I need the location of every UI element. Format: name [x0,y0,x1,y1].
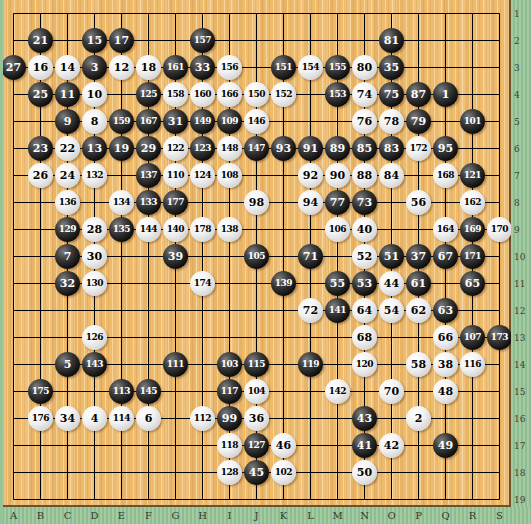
stone-black-109: 109 [217,109,242,134]
stone-white-48: 48 [433,379,458,404]
stone-black-43: 43 [352,406,377,431]
stone-black-103: 103 [217,352,242,377]
left-edge-strip [0,0,3,524]
stone-white-140: 140 [163,217,188,242]
stone-black-75: 75 [379,82,404,107]
row-coordinate-strip: 12345678910111213141516171819 [511,0,531,524]
row-label-8: 8 [514,198,530,208]
stone-black-107: 107 [460,325,485,350]
stone-white-46: 46 [271,433,296,458]
stone-white-68: 68 [352,325,377,350]
stone-white-26: 26 [28,163,53,188]
stone-white-102: 102 [271,460,296,485]
column-label-R: R [466,510,480,521]
stone-white-14: 14 [55,55,80,80]
stone-black-81: 81 [379,28,404,53]
stone-black-7: 7 [55,244,80,269]
stone-black-13: 13 [82,136,107,161]
stone-black-159: 159 [109,109,134,134]
stone-white-24: 24 [55,163,80,188]
stone-black-93: 93 [271,136,296,161]
row-label-11: 11 [514,279,530,289]
stone-white-178: 178 [190,217,215,242]
stone-black-37: 37 [406,244,431,269]
stone-white-114: 114 [109,406,134,431]
stone-white-156: 156 [217,55,242,80]
row-label-7: 7 [514,171,530,181]
stone-black-41: 41 [352,433,377,458]
stone-white-136: 136 [55,190,80,215]
stone-black-121: 121 [460,163,485,188]
stone-white-94: 94 [298,190,323,215]
stone-white-64: 64 [352,298,377,323]
stone-black-177: 177 [163,190,188,215]
goban[interactable]: 1234567891011121314151617181921222324252… [0,0,511,507]
stone-black-87: 87 [406,82,431,107]
stone-white-42: 42 [379,433,404,458]
stone-white-76: 76 [352,109,377,134]
stone-black-133: 133 [136,190,161,215]
stone-white-172: 172 [406,136,431,161]
stone-white-148: 148 [217,136,242,161]
stone-white-54: 54 [379,298,404,323]
stone-white-120: 120 [352,352,377,377]
stone-white-22: 22 [55,136,80,161]
stone-white-38: 38 [433,352,458,377]
stone-white-78: 78 [379,109,404,134]
stone-black-31: 31 [163,109,188,134]
column-label-K: K [277,510,291,521]
stone-black-73: 73 [352,190,377,215]
stone-white-166: 166 [217,82,242,107]
stone-white-152: 152 [271,82,296,107]
stone-black-19: 19 [109,136,134,161]
stone-black-27: 27 [1,55,26,80]
stone-white-150: 150 [244,82,269,107]
stone-black-111: 111 [163,352,188,377]
stone-white-158: 158 [163,82,188,107]
stone-white-134: 134 [109,190,134,215]
stone-black-123: 123 [190,136,215,161]
stone-black-147: 147 [244,136,269,161]
stone-black-153: 153 [325,82,350,107]
stone-white-66: 66 [433,325,458,350]
stone-black-105: 105 [244,244,269,269]
stone-black-35: 35 [379,55,404,80]
stone-white-110: 110 [163,163,188,188]
column-label-J: J [250,510,264,521]
stone-white-6: 6 [136,406,161,431]
stone-black-127: 127 [244,433,269,458]
stone-black-5: 5 [55,352,80,377]
stone-black-99: 99 [217,406,242,431]
stone-black-89: 89 [325,136,350,161]
column-label-L: L [304,510,318,521]
stone-white-30: 30 [82,244,107,269]
stone-black-145: 145 [136,379,161,404]
column-label-I: I [223,510,237,521]
row-label-15: 15 [514,387,530,397]
stone-white-36: 36 [244,406,269,431]
stone-black-155: 155 [325,55,350,80]
stone-white-124: 124 [190,163,215,188]
stone-black-1: 1 [433,82,458,107]
stone-white-72: 72 [298,298,323,323]
stone-black-15: 15 [82,28,107,53]
stone-black-91: 91 [298,136,323,161]
stone-white-164: 164 [433,217,458,242]
stone-white-56: 56 [406,190,431,215]
stone-black-33: 33 [190,55,215,80]
stone-white-104: 104 [244,379,269,404]
stone-white-74: 74 [352,82,377,107]
stone-black-129: 129 [55,217,80,242]
column-label-F: F [142,510,156,521]
stone-black-151: 151 [271,55,296,80]
stone-white-108: 108 [217,163,242,188]
stone-black-169: 169 [460,217,485,242]
stone-black-167: 167 [136,109,161,134]
stone-black-101: 101 [460,109,485,134]
row-label-13: 13 [514,333,530,343]
column-label-D: D [88,510,102,521]
stone-black-71: 71 [298,244,323,269]
column-label-N: N [358,510,372,521]
stone-black-77: 77 [325,190,350,215]
stone-white-12: 12 [109,55,134,80]
stone-white-4: 4 [82,406,107,431]
stone-white-18: 18 [136,55,161,80]
stone-black-95: 95 [433,136,458,161]
stone-black-141: 141 [325,298,350,323]
stone-black-67: 67 [433,244,458,269]
stone-black-135: 135 [109,217,134,242]
stone-black-25: 25 [28,82,53,107]
column-label-Q: Q [439,510,453,521]
row-label-19: 19 [514,495,530,505]
row-label-6: 6 [514,144,530,154]
stone-white-112: 112 [190,406,215,431]
stone-black-51: 51 [379,244,404,269]
column-label-A: A [7,510,21,521]
stone-black-115: 115 [244,352,269,377]
stone-white-122: 122 [163,136,188,161]
stone-white-52: 52 [352,244,377,269]
row-label-9: 9 [514,225,530,235]
stone-black-21: 21 [28,28,53,53]
stone-black-53: 53 [352,271,377,296]
stone-white-16: 16 [28,55,53,80]
stone-white-34: 34 [55,406,80,431]
stone-black-83: 83 [379,136,404,161]
stone-white-44: 44 [379,271,404,296]
stone-white-8: 8 [82,109,107,134]
stone-white-176: 176 [28,406,53,431]
column-label-O: O [385,510,399,521]
stone-white-62: 62 [406,298,431,323]
stone-white-170: 170 [487,217,512,242]
row-label-3: 3 [514,63,530,73]
stone-black-9: 9 [55,109,80,134]
stone-black-173: 173 [487,325,512,350]
stone-white-160: 160 [190,82,215,107]
stone-black-39: 39 [163,244,188,269]
go-game-viewer: 1234567891011121314151617181921222324252… [0,0,531,524]
stone-white-88: 88 [352,163,377,188]
stone-white-128: 128 [217,460,242,485]
stone-white-144: 144 [136,217,161,242]
row-label-5: 5 [514,117,530,127]
stone-black-161: 161 [163,55,188,80]
stone-white-174: 174 [190,271,215,296]
stone-white-142: 142 [325,379,350,404]
stone-white-58: 58 [406,352,431,377]
stone-black-3: 3 [82,55,107,80]
stone-black-137: 137 [136,163,161,188]
stone-black-139: 139 [271,271,296,296]
stone-white-118: 118 [217,433,242,458]
column-label-B: B [34,510,48,521]
stone-black-171: 171 [460,244,485,269]
column-label-C: C [61,510,75,521]
row-label-2: 2 [514,36,530,46]
row-label-10: 10 [514,252,530,262]
stone-black-119: 119 [298,352,323,377]
stone-white-138: 138 [217,217,242,242]
stone-white-90: 90 [325,163,350,188]
stone-black-117: 117 [217,379,242,404]
stone-white-126: 126 [82,325,107,350]
stone-white-80: 80 [352,55,377,80]
stone-black-63: 63 [433,298,458,323]
stone-white-70: 70 [379,379,404,404]
stone-white-28: 28 [82,217,107,242]
column-label-G: G [169,510,183,521]
stone-white-132: 132 [82,163,107,188]
stone-white-154: 154 [298,55,323,80]
stone-white-106: 106 [325,217,350,242]
stone-white-146: 146 [244,109,269,134]
stone-black-79: 79 [406,109,431,134]
stone-black-17: 17 [109,28,134,53]
stone-black-55: 55 [325,271,350,296]
stone-black-149: 149 [190,109,215,134]
column-label-H: H [196,510,210,521]
stone-black-32: 32 [55,271,80,296]
stone-black-175: 175 [28,379,53,404]
stone-black-143: 143 [82,352,107,377]
stone-black-113: 113 [109,379,134,404]
stone-black-23: 23 [28,136,53,161]
stone-white-84: 84 [379,163,404,188]
stone-black-125: 125 [136,82,161,107]
row-label-12: 12 [514,306,530,316]
column-label-S: S [493,510,507,521]
row-label-17: 17 [514,441,530,451]
stone-white-98: 98 [244,190,269,215]
stone-black-85: 85 [352,136,377,161]
stone-black-49: 49 [433,433,458,458]
row-label-18: 18 [514,468,530,478]
column-label-M: M [331,510,345,521]
stone-black-29: 29 [136,136,161,161]
stone-white-92: 92 [298,163,323,188]
stone-black-45: 45 [244,460,269,485]
row-label-4: 4 [514,90,530,100]
stone-white-50: 50 [352,460,377,485]
stone-white-40: 40 [352,217,377,242]
stone-black-11: 11 [55,82,80,107]
column-label-P: P [412,510,426,521]
column-coordinate-strip: ABCDEFGHIJKLMNOPQRS [0,507,531,524]
stone-white-116: 116 [460,352,485,377]
stone-white-130: 130 [82,271,107,296]
stone-white-10: 10 [82,82,107,107]
stone-white-2: 2 [406,406,431,431]
stone-black-65: 65 [460,271,485,296]
stone-black-157: 157 [190,28,215,53]
column-label-E: E [115,510,129,521]
stone-white-168: 168 [433,163,458,188]
stone-black-61: 61 [406,271,431,296]
row-label-16: 16 [514,414,530,424]
row-label-1: 1 [514,9,530,19]
stone-white-162: 162 [460,190,485,215]
row-label-14: 14 [514,360,530,370]
